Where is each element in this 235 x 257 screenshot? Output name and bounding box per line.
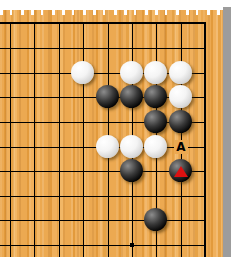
- white-stone: [144, 61, 167, 84]
- black-stone: [120, 85, 143, 108]
- white-stone: [169, 85, 192, 108]
- black-stone: [120, 159, 143, 182]
- board-shadow: [223, 7, 231, 257]
- white-stone: [120, 61, 143, 84]
- go-diagram: A: [0, 0, 235, 257]
- black-stone: [144, 85, 167, 108]
- grid-hline: [0, 22, 206, 24]
- black-stone: [144, 110, 167, 133]
- black-stone: [169, 110, 192, 133]
- white-stone: [169, 61, 192, 84]
- grid-hline: [0, 245, 206, 246]
- white-stone: [120, 135, 143, 158]
- grid-vline: [34, 22, 35, 257]
- grid-vline: [10, 22, 11, 257]
- grid-hline: [0, 48, 206, 49]
- grid-vline: [204, 22, 206, 257]
- white-stone: [71, 61, 94, 84]
- white-stone: [96, 135, 119, 158]
- grid-vline: [59, 22, 60, 257]
- grid-vline: [83, 22, 84, 257]
- grid-hline: [0, 220, 206, 221]
- board-crop-edge: [0, 10, 223, 15]
- black-stone: [96, 85, 119, 108]
- label-a: A: [174, 140, 188, 154]
- black-stone: [144, 208, 167, 231]
- grid-hline: [0, 196, 206, 197]
- white-stone: [144, 135, 167, 158]
- star-point: [130, 243, 134, 247]
